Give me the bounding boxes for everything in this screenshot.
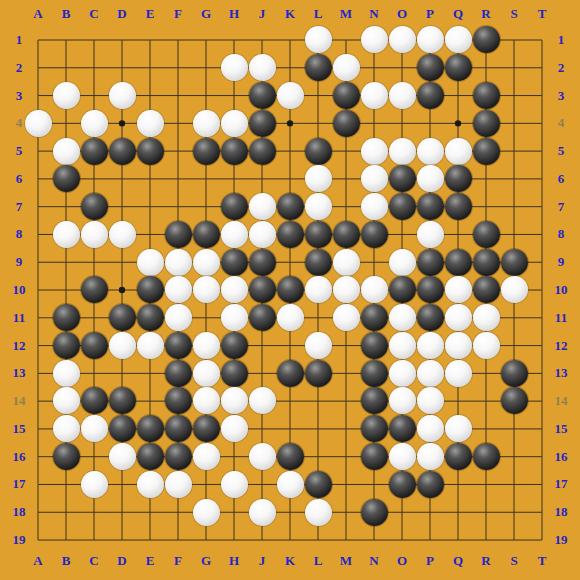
intersection-H12[interactable]	[220, 332, 248, 360]
intersection-K3[interactable]	[276, 82, 304, 110]
intersection-D5[interactable]	[108, 137, 136, 165]
intersection-D13[interactable]	[108, 359, 136, 387]
intersection-T16[interactable]	[528, 443, 556, 471]
intersection-G1[interactable]	[192, 26, 220, 54]
intersection-E13[interactable]	[136, 359, 164, 387]
intersection-S3[interactable]	[500, 82, 528, 110]
intersection-L14[interactable]	[304, 387, 332, 415]
intersection-J17[interactable]	[248, 470, 276, 498]
intersection-N13[interactable]	[360, 359, 388, 387]
intersection-B14[interactable]	[52, 387, 80, 415]
intersection-F17[interactable]	[164, 470, 192, 498]
intersection-J8[interactable]	[248, 220, 276, 248]
intersection-E17[interactable]	[136, 470, 164, 498]
intersection-M8[interactable]	[332, 220, 360, 248]
intersection-H17[interactable]	[220, 470, 248, 498]
intersection-L10[interactable]	[304, 276, 332, 304]
intersection-K18[interactable]	[276, 498, 304, 526]
intersection-T14[interactable]	[528, 387, 556, 415]
intersection-D8[interactable]	[108, 220, 136, 248]
intersection-H13[interactable]	[220, 359, 248, 387]
intersection-H6[interactable]	[220, 165, 248, 193]
intersection-L15[interactable]	[304, 415, 332, 443]
intersection-A12[interactable]	[24, 332, 52, 360]
intersection-B4[interactable]	[52, 109, 80, 137]
intersection-C3[interactable]	[80, 82, 108, 110]
intersection-R17[interactable]	[472, 470, 500, 498]
intersection-G17[interactable]	[192, 470, 220, 498]
intersection-C18[interactable]	[80, 498, 108, 526]
intersection-B18[interactable]	[52, 498, 80, 526]
intersection-L7[interactable]	[304, 193, 332, 221]
intersection-T13[interactable]	[528, 359, 556, 387]
intersection-K5[interactable]	[276, 137, 304, 165]
intersection-K12[interactable]	[276, 332, 304, 360]
intersection-O14[interactable]	[388, 387, 416, 415]
intersection-N8[interactable]	[360, 220, 388, 248]
intersection-B6[interactable]	[52, 165, 80, 193]
intersection-B16[interactable]	[52, 443, 80, 471]
intersection-S9[interactable]	[500, 248, 528, 276]
intersection-N6[interactable]	[360, 165, 388, 193]
intersection-T10[interactable]	[528, 276, 556, 304]
intersection-L11[interactable]	[304, 304, 332, 332]
intersection-Q16[interactable]	[444, 443, 472, 471]
intersection-H2[interactable]	[220, 54, 248, 82]
intersection-A6[interactable]	[24, 165, 52, 193]
intersection-Q12[interactable]	[444, 332, 472, 360]
intersection-K19[interactable]	[276, 526, 304, 554]
intersection-S17[interactable]	[500, 470, 528, 498]
intersection-A7[interactable]	[24, 193, 52, 221]
intersection-N3[interactable]	[360, 82, 388, 110]
intersection-D19[interactable]	[108, 526, 136, 554]
intersection-F19[interactable]	[164, 526, 192, 554]
intersection-L4[interactable]	[304, 109, 332, 137]
intersection-P11[interactable]	[416, 304, 444, 332]
intersection-M6[interactable]	[332, 165, 360, 193]
intersection-A4[interactable]	[24, 109, 52, 137]
intersection-Q17[interactable]	[444, 470, 472, 498]
intersection-A13[interactable]	[24, 359, 52, 387]
intersection-S14[interactable]	[500, 387, 528, 415]
intersection-D6[interactable]	[108, 165, 136, 193]
intersection-T15[interactable]	[528, 415, 556, 443]
intersection-K11[interactable]	[276, 304, 304, 332]
intersection-R4[interactable]	[472, 109, 500, 137]
intersection-E9[interactable]	[136, 248, 164, 276]
intersection-M9[interactable]	[332, 248, 360, 276]
intersection-P10[interactable]	[416, 276, 444, 304]
intersection-K2[interactable]	[276, 54, 304, 82]
intersection-E11[interactable]	[136, 304, 164, 332]
intersection-H19[interactable]	[220, 526, 248, 554]
intersection-N9[interactable]	[360, 248, 388, 276]
intersection-A8[interactable]	[24, 220, 52, 248]
intersection-R2[interactable]	[472, 54, 500, 82]
intersection-P14[interactable]	[416, 387, 444, 415]
intersection-C4[interactable]	[80, 109, 108, 137]
intersection-N15[interactable]	[360, 415, 388, 443]
intersection-D1[interactable]	[108, 26, 136, 54]
intersection-M15[interactable]	[332, 415, 360, 443]
intersection-T7[interactable]	[528, 193, 556, 221]
intersection-P19[interactable]	[416, 526, 444, 554]
intersection-A16[interactable]	[24, 443, 52, 471]
intersection-E14[interactable]	[136, 387, 164, 415]
intersection-G18[interactable]	[192, 498, 220, 526]
intersection-J12[interactable]	[248, 332, 276, 360]
intersection-N7[interactable]	[360, 193, 388, 221]
intersection-J5[interactable]	[248, 137, 276, 165]
intersection-F7[interactable]	[164, 193, 192, 221]
intersection-E2[interactable]	[136, 54, 164, 82]
intersection-Q15[interactable]	[444, 415, 472, 443]
intersection-P3[interactable]	[416, 82, 444, 110]
intersection-O1[interactable]	[388, 26, 416, 54]
intersection-P4[interactable]	[416, 109, 444, 137]
intersection-A3[interactable]	[24, 82, 52, 110]
intersection-E15[interactable]	[136, 415, 164, 443]
intersection-M13[interactable]	[332, 359, 360, 387]
intersection-E10[interactable]	[136, 276, 164, 304]
intersection-D18[interactable]	[108, 498, 136, 526]
intersection-Q11[interactable]	[444, 304, 472, 332]
intersection-O17[interactable]	[388, 470, 416, 498]
intersection-T18[interactable]	[528, 498, 556, 526]
intersection-O9[interactable]	[388, 248, 416, 276]
intersection-G11[interactable]	[192, 304, 220, 332]
intersection-S5[interactable]	[500, 137, 528, 165]
intersection-D10[interactable]	[108, 276, 136, 304]
intersection-D12[interactable]	[108, 332, 136, 360]
intersection-T6[interactable]	[528, 165, 556, 193]
intersection-D14[interactable]	[108, 387, 136, 415]
intersection-L16[interactable]	[304, 443, 332, 471]
intersection-F4[interactable]	[164, 109, 192, 137]
intersection-R11[interactable]	[472, 304, 500, 332]
intersection-H3[interactable]	[220, 82, 248, 110]
intersection-C15[interactable]	[80, 415, 108, 443]
intersection-R18[interactable]	[472, 498, 500, 526]
intersection-M7[interactable]	[332, 193, 360, 221]
intersection-L13[interactable]	[304, 359, 332, 387]
intersection-P9[interactable]	[416, 248, 444, 276]
intersection-N4[interactable]	[360, 109, 388, 137]
intersection-N12[interactable]	[360, 332, 388, 360]
intersection-F11[interactable]	[164, 304, 192, 332]
intersection-M3[interactable]	[332, 82, 360, 110]
intersection-S10[interactable]	[500, 276, 528, 304]
intersection-Q2[interactable]	[444, 54, 472, 82]
intersection-K16[interactable]	[276, 443, 304, 471]
intersection-K4[interactable]	[276, 109, 304, 137]
intersection-C13[interactable]	[80, 359, 108, 387]
intersection-O3[interactable]	[388, 82, 416, 110]
intersection-D16[interactable]	[108, 443, 136, 471]
intersection-O12[interactable]	[388, 332, 416, 360]
intersection-Q1[interactable]	[444, 26, 472, 54]
intersection-H11[interactable]	[220, 304, 248, 332]
intersection-D3[interactable]	[108, 82, 136, 110]
intersection-Q3[interactable]	[444, 82, 472, 110]
intersection-O4[interactable]	[388, 109, 416, 137]
intersection-J18[interactable]	[248, 498, 276, 526]
intersection-Q6[interactable]	[444, 165, 472, 193]
intersection-F15[interactable]	[164, 415, 192, 443]
intersection-F12[interactable]	[164, 332, 192, 360]
intersection-L12[interactable]	[304, 332, 332, 360]
intersection-B12[interactable]	[52, 332, 80, 360]
intersection-H18[interactable]	[220, 498, 248, 526]
intersection-F8[interactable]	[164, 220, 192, 248]
intersection-T11[interactable]	[528, 304, 556, 332]
intersection-H15[interactable]	[220, 415, 248, 443]
intersection-J3[interactable]	[248, 82, 276, 110]
intersection-Q10[interactable]	[444, 276, 472, 304]
intersection-Q7[interactable]	[444, 193, 472, 221]
intersection-J14[interactable]	[248, 387, 276, 415]
intersection-J15[interactable]	[248, 415, 276, 443]
intersection-K13[interactable]	[276, 359, 304, 387]
intersection-F2[interactable]	[164, 54, 192, 82]
intersection-D2[interactable]	[108, 54, 136, 82]
intersection-O8[interactable]	[388, 220, 416, 248]
intersection-N11[interactable]	[360, 304, 388, 332]
intersection-F3[interactable]	[164, 82, 192, 110]
intersection-A15[interactable]	[24, 415, 52, 443]
intersection-H1[interactable]	[220, 26, 248, 54]
intersection-O10[interactable]	[388, 276, 416, 304]
intersection-J9[interactable]	[248, 248, 276, 276]
intersection-S12[interactable]	[500, 332, 528, 360]
intersection-C9[interactable]	[80, 248, 108, 276]
intersection-G7[interactable]	[192, 193, 220, 221]
intersection-G12[interactable]	[192, 332, 220, 360]
intersection-G10[interactable]	[192, 276, 220, 304]
intersection-E18[interactable]	[136, 498, 164, 526]
intersection-L18[interactable]	[304, 498, 332, 526]
intersection-T4[interactable]	[528, 109, 556, 137]
intersection-F16[interactable]	[164, 443, 192, 471]
intersection-B2[interactable]	[52, 54, 80, 82]
intersection-P7[interactable]	[416, 193, 444, 221]
intersection-S19[interactable]	[500, 526, 528, 554]
intersection-R9[interactable]	[472, 248, 500, 276]
intersection-R5[interactable]	[472, 137, 500, 165]
intersection-J7[interactable]	[248, 193, 276, 221]
intersection-R10[interactable]	[472, 276, 500, 304]
intersection-G9[interactable]	[192, 248, 220, 276]
intersection-H14[interactable]	[220, 387, 248, 415]
intersection-G4[interactable]	[192, 109, 220, 137]
intersection-G13[interactable]	[192, 359, 220, 387]
intersection-Q9[interactable]	[444, 248, 472, 276]
intersection-N5[interactable]	[360, 137, 388, 165]
intersection-O16[interactable]	[388, 443, 416, 471]
intersection-Q19[interactable]	[444, 526, 472, 554]
intersection-O13[interactable]	[388, 359, 416, 387]
intersection-C8[interactable]	[80, 220, 108, 248]
intersection-T5[interactable]	[528, 137, 556, 165]
intersection-D4[interactable]	[108, 109, 136, 137]
intersection-J11[interactable]	[248, 304, 276, 332]
intersection-O15[interactable]	[388, 415, 416, 443]
intersection-R8[interactable]	[472, 220, 500, 248]
intersection-Q4[interactable]	[444, 109, 472, 137]
intersection-T8[interactable]	[528, 220, 556, 248]
intersection-B5[interactable]	[52, 137, 80, 165]
intersection-L6[interactable]	[304, 165, 332, 193]
intersection-B13[interactable]	[52, 359, 80, 387]
intersection-R6[interactable]	[472, 165, 500, 193]
intersection-G14[interactable]	[192, 387, 220, 415]
intersection-K8[interactable]	[276, 220, 304, 248]
intersection-H4[interactable]	[220, 109, 248, 137]
intersection-M18[interactable]	[332, 498, 360, 526]
intersection-J19[interactable]	[248, 526, 276, 554]
intersection-C11[interactable]	[80, 304, 108, 332]
intersection-D9[interactable]	[108, 248, 136, 276]
intersection-R15[interactable]	[472, 415, 500, 443]
intersection-A18[interactable]	[24, 498, 52, 526]
intersection-R7[interactable]	[472, 193, 500, 221]
intersection-D7[interactable]	[108, 193, 136, 221]
intersection-S2[interactable]	[500, 54, 528, 82]
intersection-Q5[interactable]	[444, 137, 472, 165]
intersection-M19[interactable]	[332, 526, 360, 554]
intersection-L19[interactable]	[304, 526, 332, 554]
intersection-O2[interactable]	[388, 54, 416, 82]
intersection-L3[interactable]	[304, 82, 332, 110]
intersection-C19[interactable]	[80, 526, 108, 554]
intersection-Q8[interactable]	[444, 220, 472, 248]
intersection-O19[interactable]	[388, 526, 416, 554]
intersection-F10[interactable]	[164, 276, 192, 304]
intersection-K6[interactable]	[276, 165, 304, 193]
intersection-B8[interactable]	[52, 220, 80, 248]
intersection-L1[interactable]	[304, 26, 332, 54]
intersection-G16[interactable]	[192, 443, 220, 471]
intersection-B11[interactable]	[52, 304, 80, 332]
intersection-E5[interactable]	[136, 137, 164, 165]
intersection-M5[interactable]	[332, 137, 360, 165]
intersection-R14[interactable]	[472, 387, 500, 415]
intersection-B15[interactable]	[52, 415, 80, 443]
intersection-E19[interactable]	[136, 526, 164, 554]
intersection-B10[interactable]	[52, 276, 80, 304]
intersection-Q13[interactable]	[444, 359, 472, 387]
intersection-K17[interactable]	[276, 470, 304, 498]
intersection-P12[interactable]	[416, 332, 444, 360]
intersection-J4[interactable]	[248, 109, 276, 137]
intersection-K10[interactable]	[276, 276, 304, 304]
intersection-A10[interactable]	[24, 276, 52, 304]
intersection-N10[interactable]	[360, 276, 388, 304]
intersection-P6[interactable]	[416, 165, 444, 193]
intersection-G6[interactable]	[192, 165, 220, 193]
intersection-J13[interactable]	[248, 359, 276, 387]
intersection-O5[interactable]	[388, 137, 416, 165]
intersection-M11[interactable]	[332, 304, 360, 332]
intersection-F1[interactable]	[164, 26, 192, 54]
intersection-E4[interactable]	[136, 109, 164, 137]
intersection-L5[interactable]	[304, 137, 332, 165]
intersection-C14[interactable]	[80, 387, 108, 415]
intersection-T1[interactable]	[528, 26, 556, 54]
intersection-F14[interactable]	[164, 387, 192, 415]
intersection-O7[interactable]	[388, 193, 416, 221]
intersection-G2[interactable]	[192, 54, 220, 82]
intersection-P8[interactable]	[416, 220, 444, 248]
intersection-C12[interactable]	[80, 332, 108, 360]
intersection-T3[interactable]	[528, 82, 556, 110]
intersection-C1[interactable]	[80, 26, 108, 54]
intersection-L9[interactable]	[304, 248, 332, 276]
intersection-M14[interactable]	[332, 387, 360, 415]
intersection-D11[interactable]	[108, 304, 136, 332]
intersection-M2[interactable]	[332, 54, 360, 82]
intersection-S13[interactable]	[500, 359, 528, 387]
intersection-K1[interactable]	[276, 26, 304, 54]
intersection-L8[interactable]	[304, 220, 332, 248]
intersection-E12[interactable]	[136, 332, 164, 360]
intersection-E8[interactable]	[136, 220, 164, 248]
intersection-G5[interactable]	[192, 137, 220, 165]
intersection-K9[interactable]	[276, 248, 304, 276]
intersection-M12[interactable]	[332, 332, 360, 360]
intersection-E6[interactable]	[136, 165, 164, 193]
intersection-B9[interactable]	[52, 248, 80, 276]
intersection-S18[interactable]	[500, 498, 528, 526]
intersection-J6[interactable]	[248, 165, 276, 193]
intersection-B19[interactable]	[52, 526, 80, 554]
intersection-H10[interactable]	[220, 276, 248, 304]
intersection-P13[interactable]	[416, 359, 444, 387]
intersection-S16[interactable]	[500, 443, 528, 471]
intersection-S1[interactable]	[500, 26, 528, 54]
intersection-J16[interactable]	[248, 443, 276, 471]
intersection-A2[interactable]	[24, 54, 52, 82]
intersection-B3[interactable]	[52, 82, 80, 110]
intersection-T19[interactable]	[528, 526, 556, 554]
intersection-H5[interactable]	[220, 137, 248, 165]
intersection-P2[interactable]	[416, 54, 444, 82]
intersection-C10[interactable]	[80, 276, 108, 304]
intersection-O11[interactable]	[388, 304, 416, 332]
intersection-C16[interactable]	[80, 443, 108, 471]
intersection-N17[interactable]	[360, 470, 388, 498]
intersection-T9[interactable]	[528, 248, 556, 276]
intersection-M1[interactable]	[332, 26, 360, 54]
intersection-E3[interactable]	[136, 82, 164, 110]
intersection-P15[interactable]	[416, 415, 444, 443]
intersection-G8[interactable]	[192, 220, 220, 248]
intersection-A9[interactable]	[24, 248, 52, 276]
intersection-J10[interactable]	[248, 276, 276, 304]
intersection-A17[interactable]	[24, 470, 52, 498]
intersection-H8[interactable]	[220, 220, 248, 248]
intersection-S6[interactable]	[500, 165, 528, 193]
intersection-S8[interactable]	[500, 220, 528, 248]
intersection-N16[interactable]	[360, 443, 388, 471]
intersection-R12[interactable]	[472, 332, 500, 360]
intersection-M16[interactable]	[332, 443, 360, 471]
intersection-R1[interactable]	[472, 26, 500, 54]
intersection-L17[interactable]	[304, 470, 332, 498]
intersection-K14[interactable]	[276, 387, 304, 415]
intersection-B17[interactable]	[52, 470, 80, 498]
